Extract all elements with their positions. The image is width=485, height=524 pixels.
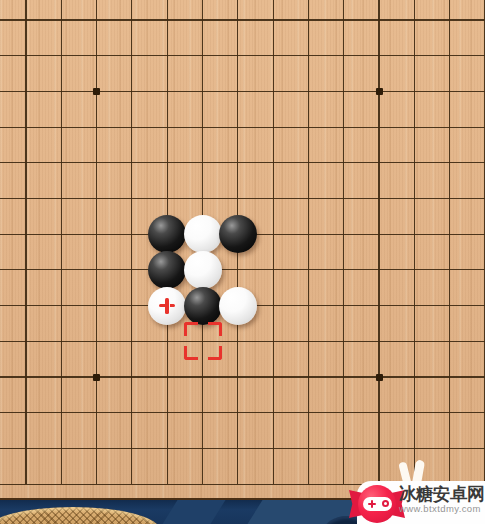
light-streak [163, 500, 226, 524]
watermark-site-url: www.btxtdmy.com [399, 503, 485, 514]
grid-line-horizontal [0, 269, 485, 270]
grid-line-horizontal [0, 127, 485, 128]
mascot-eye [382, 500, 389, 507]
star-point [376, 88, 383, 95]
dpad-cross-icon [368, 500, 376, 508]
grid-line-horizontal [0, 198, 485, 199]
game-screen: 冰糖安卓网 www.btxtdmy.com [0, 0, 485, 524]
grid-line-horizontal [0, 19, 485, 20]
star-point [376, 374, 383, 381]
white-stone [219, 287, 257, 325]
grid-line-horizontal [0, 162, 485, 163]
black-stone [219, 215, 257, 253]
last-move-crosshair-icon [159, 298, 175, 314]
black-stone [184, 287, 222, 325]
grid-line-horizontal [0, 55, 485, 56]
gomoku-board[interactable] [0, 0, 485, 500]
star-point [93, 88, 100, 95]
grid-line-horizontal [0, 341, 485, 342]
black-stone [148, 251, 186, 289]
white-stone [184, 215, 222, 253]
star-point [93, 374, 100, 381]
grid-line-horizontal [0, 448, 485, 449]
white-stone [148, 287, 186, 325]
placement-cursor-brackets[interactable] [184, 322, 222, 360]
white-stone [184, 251, 222, 289]
black-stone [148, 215, 186, 253]
grid-line-horizontal [0, 91, 485, 92]
grid-line-horizontal [0, 412, 485, 413]
grid-line-horizontal [0, 376, 485, 377]
